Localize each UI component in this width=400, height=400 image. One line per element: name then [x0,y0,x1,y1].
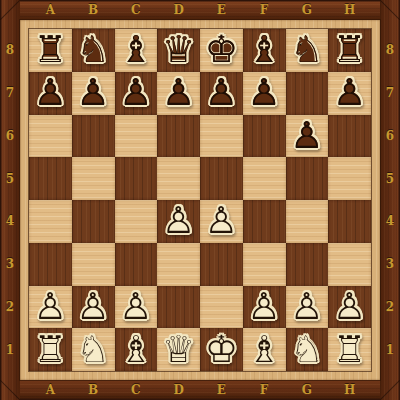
square-b1[interactable]: ♞♘ [72,328,115,371]
square-c4[interactable] [115,200,158,243]
piece-black-queen-d8[interactable]: ♛♕ [157,29,200,72]
file-label-f: F [243,0,286,20]
rank-label-1: 1 [0,328,20,371]
square-c3[interactable] [115,243,158,286]
square-e7[interactable]: ♟♙ [200,72,243,115]
piece-outline-glyph: ♙ [200,202,243,239]
piece-white-queen-d1[interactable]: ♛♕ [157,328,200,371]
file-label-g: G [286,380,329,400]
piece-outline-glyph: ♔ [200,31,243,68]
file-label-e: E [200,0,243,20]
rank-label-5: 5 [0,157,20,200]
square-h7[interactable]: ♟♙ [328,72,371,115]
square-b3[interactable] [72,243,115,286]
square-h4[interactable] [328,200,371,243]
piece-white-pawn-b2[interactable]: ♟♙ [72,286,115,329]
square-g1[interactable]: ♞♘ [286,328,329,371]
square-f3[interactable] [243,243,286,286]
piece-outline-glyph: ♙ [243,288,286,325]
piece-black-pawn-a7[interactable]: ♟♙ [29,72,72,115]
piece-outline-glyph: ♔ [200,330,243,367]
piece-white-pawn-c2[interactable]: ♟♙ [115,286,158,329]
square-g6[interactable]: ♟♙ [286,115,329,158]
piece-black-knight-g8[interactable]: ♞♘ [286,29,329,72]
square-c7[interactable]: ♟♙ [115,72,158,115]
piece-white-rook-h1[interactable]: ♜♖ [328,328,371,371]
piece-white-pawn-a2[interactable]: ♟♙ [29,286,72,329]
piece-outline-glyph: ♙ [286,117,329,154]
piece-outline-glyph: ♙ [157,202,200,239]
chess-board: ABCDEFGH ABCDEFGH 87654321 87654321 ♜♖♞♘… [0,0,400,400]
piece-outline-glyph: ♘ [286,31,329,68]
square-e4[interactable]: ♟♙ [200,200,243,243]
file-labels-top: ABCDEFGH [29,0,371,20]
file-label-c: C [115,0,158,20]
square-e5[interactable] [200,157,243,200]
file-label-a: A [29,380,72,400]
piece-black-rook-h8[interactable]: ♜♖ [328,29,371,72]
piece-outline-glyph: ♙ [328,74,371,111]
piece-black-pawn-f7[interactable]: ♟♙ [243,72,286,115]
square-d3[interactable] [157,243,200,286]
square-d1[interactable]: ♛♕ [157,328,200,371]
piece-outline-glyph: ♗ [115,31,158,68]
rank-labels-right: 87654321 [380,29,400,371]
rank-labels-left: 87654321 [0,29,20,371]
piece-outline-glyph: ♘ [72,31,115,68]
frame-corner-miter-top-left [0,0,20,20]
square-f5[interactable] [243,157,286,200]
square-e8[interactable]: ♚♔ [200,29,243,72]
file-labels-bottom: ABCDEFGH [29,380,371,400]
square-a2[interactable]: ♟♙ [29,286,72,329]
piece-outline-glyph: ♖ [328,31,371,68]
piece-white-pawn-f2[interactable]: ♟♙ [243,286,286,329]
piece-black-pawn-g6[interactable]: ♟♙ [286,115,329,158]
piece-white-knight-g1[interactable]: ♞♘ [286,328,329,371]
file-label-b: B [72,380,115,400]
file-label-a: A [29,0,72,20]
square-g5[interactable] [286,157,329,200]
square-g3[interactable] [286,243,329,286]
square-d5[interactable] [157,157,200,200]
piece-black-pawn-c7[interactable]: ♟♙ [115,72,158,115]
piece-outline-glyph: ♙ [29,288,72,325]
square-f4[interactable] [243,200,286,243]
square-c6[interactable] [115,115,158,158]
file-label-e: E [200,380,243,400]
rank-label-4: 4 [380,200,400,243]
rank-label-7: 7 [0,72,20,115]
piece-black-rook-a8[interactable]: ♜♖ [29,29,72,72]
file-label-h: H [328,380,371,400]
rank-label-6: 6 [380,115,400,158]
frame-corner-miter-top-right [380,0,400,20]
piece-black-pawn-h7[interactable]: ♟♙ [328,72,371,115]
square-e3[interactable] [200,243,243,286]
square-a3[interactable] [29,243,72,286]
squares-grid: ♜♖♞♘♝♗♛♕♚♔♝♗♞♘♜♖♟♙♟♙♟♙♟♙♟♙♟♙♟♙♟♙♟♙♟♙♟♙♟♙… [29,29,371,371]
square-e2[interactable] [200,286,243,329]
piece-white-pawn-e4[interactable]: ♟♙ [200,200,243,243]
square-e6[interactable] [200,115,243,158]
square-b2[interactable]: ♟♙ [72,286,115,329]
square-g7[interactable] [286,72,329,115]
piece-white-pawn-g2[interactable]: ♟♙ [286,286,329,329]
square-g4[interactable] [286,200,329,243]
piece-outline-glyph: ♙ [115,74,158,111]
rank-label-2: 2 [0,286,20,329]
piece-outline-glyph: ♙ [157,74,200,111]
file-label-d: D [157,380,200,400]
square-b8[interactable]: ♞♘ [72,29,115,72]
piece-outline-glyph: ♙ [72,74,115,111]
file-label-g: G [286,0,329,20]
square-d7[interactable]: ♟♙ [157,72,200,115]
piece-white-pawn-d4[interactable]: ♟♙ [157,200,200,243]
square-d8[interactable]: ♛♕ [157,29,200,72]
rank-label-8: 8 [0,29,20,72]
piece-white-knight-b1[interactable]: ♞♘ [72,328,115,371]
piece-white-pawn-h2[interactable]: ♟♙ [328,286,371,329]
square-f8[interactable]: ♝♗ [243,29,286,72]
rank-label-3: 3 [0,243,20,286]
piece-outline-glyph: ♘ [72,330,115,367]
square-a7[interactable]: ♟♙ [29,72,72,115]
square-c2[interactable]: ♟♙ [115,286,158,329]
piece-outline-glyph: ♕ [157,330,200,367]
rank-label-7: 7 [380,72,400,115]
square-h2[interactable]: ♟♙ [328,286,371,329]
square-b5[interactable] [72,157,115,200]
piece-white-bishop-f1[interactable]: ♝♗ [243,328,286,371]
square-f1[interactable]: ♝♗ [243,328,286,371]
square-d2[interactable] [157,286,200,329]
square-c1[interactable]: ♝♗ [115,328,158,371]
file-label-d: D [157,0,200,20]
file-label-f: F [243,380,286,400]
square-f6[interactable] [243,115,286,158]
piece-outline-glyph: ♘ [286,330,329,367]
piece-black-pawn-b7[interactable]: ♟♙ [72,72,115,115]
piece-black-bishop-c8[interactable]: ♝♗ [115,29,158,72]
piece-white-bishop-c1[interactable]: ♝♗ [115,328,158,371]
piece-outline-glyph: ♙ [115,288,158,325]
file-label-b: B [72,0,115,20]
square-b4[interactable] [72,200,115,243]
square-d6[interactable] [157,115,200,158]
rank-label-4: 4 [0,200,20,243]
piece-outline-glyph: ♗ [243,330,286,367]
square-e1[interactable]: ♚♔ [200,328,243,371]
rank-label-2: 2 [380,286,400,329]
square-b6[interactable] [72,115,115,158]
piece-outline-glyph: ♗ [115,330,158,367]
frame-corner-miter-bottom-right [380,380,400,400]
square-h6[interactable] [328,115,371,158]
piece-outline-glyph: ♙ [328,288,371,325]
square-g2[interactable]: ♟♙ [286,286,329,329]
square-f7[interactable]: ♟♙ [243,72,286,115]
piece-outline-glyph: ♕ [157,31,200,68]
square-a1[interactable]: ♜♖ [29,328,72,371]
rank-label-8: 8 [380,29,400,72]
file-label-c: C [115,380,158,400]
piece-outline-glyph: ♙ [286,288,329,325]
piece-outline-glyph: ♙ [200,74,243,111]
piece-black-bishop-f8[interactable]: ♝♗ [243,29,286,72]
piece-outline-glyph: ♙ [243,74,286,111]
file-label-h: H [328,0,371,20]
piece-black-pawn-e7[interactable]: ♟♙ [200,72,243,115]
square-a4[interactable] [29,200,72,243]
piece-white-rook-a1[interactable]: ♜♖ [29,328,72,371]
piece-white-king-e1[interactable]: ♚♔ [200,328,243,371]
square-h8[interactable]: ♜♖ [328,29,371,72]
square-a8[interactable]: ♜♖ [29,29,72,72]
square-g8[interactable]: ♞♘ [286,29,329,72]
square-a6[interactable] [29,115,72,158]
piece-outline-glyph: ♖ [29,31,72,68]
square-h3[interactable] [328,243,371,286]
square-a5[interactable] [29,157,72,200]
frame-corner-miter-bottom-left [0,380,20,400]
piece-black-pawn-d7[interactable]: ♟♙ [157,72,200,115]
piece-black-king-e8[interactable]: ♚♔ [200,29,243,72]
piece-black-knight-b8[interactable]: ♞♘ [72,29,115,72]
piece-outline-glyph: ♙ [72,288,115,325]
square-h1[interactable]: ♜♖ [328,328,371,371]
square-b7[interactable]: ♟♙ [72,72,115,115]
rank-label-1: 1 [380,328,400,371]
rank-label-6: 6 [0,115,20,158]
piece-outline-glyph: ♗ [243,31,286,68]
square-c5[interactable] [115,157,158,200]
square-h5[interactable] [328,157,371,200]
square-c8[interactable]: ♝♗ [115,29,158,72]
rank-label-5: 5 [380,157,400,200]
square-f2[interactable]: ♟♙ [243,286,286,329]
piece-outline-glyph: ♖ [29,330,72,367]
piece-outline-glyph: ♖ [328,330,371,367]
rank-label-3: 3 [380,243,400,286]
square-d4[interactable]: ♟♙ [157,200,200,243]
piece-outline-glyph: ♙ [29,74,72,111]
